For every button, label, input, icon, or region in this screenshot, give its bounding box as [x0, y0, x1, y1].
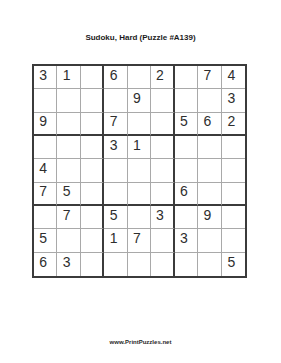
- cell-r4c9: [222, 136, 245, 159]
- cell-r2c7: [175, 89, 198, 112]
- given-digit: 7: [39, 184, 47, 198]
- cell-r4c7: [175, 136, 198, 159]
- given-digit: 7: [63, 208, 71, 222]
- cell-r9c7: [175, 253, 198, 276]
- cell-r8c7: 3: [175, 229, 198, 252]
- cell-r3c3: [81, 113, 104, 136]
- cell-r8c9: [222, 229, 245, 252]
- cell-r3c2: [57, 113, 80, 136]
- cell-r6c5: [128, 183, 151, 206]
- cell-r4c5: 1: [128, 136, 151, 159]
- cell-r9c9: 5: [222, 253, 245, 276]
- cell-r8c3: [81, 229, 104, 252]
- cell-r4c6: [151, 136, 174, 159]
- cell-r3c8: 6: [198, 113, 221, 136]
- cell-r9c1: 6: [34, 253, 57, 276]
- cell-r6c9: [222, 183, 245, 206]
- cell-r8c2: [57, 229, 80, 252]
- given-digit: 5: [63, 184, 71, 198]
- cell-r7c6: 3: [151, 206, 174, 229]
- cell-r2c3: [81, 89, 104, 112]
- given-digit: 7: [110, 114, 118, 128]
- cell-r6c3: [81, 183, 104, 206]
- cell-r2c4: [104, 89, 127, 112]
- cell-r8c6: [151, 229, 174, 252]
- cell-r2c5: 9: [128, 89, 151, 112]
- cell-r7c9: [222, 206, 245, 229]
- given-digit: 6: [39, 255, 47, 269]
- cell-r4c4: 3: [104, 136, 127, 159]
- cell-r3c1: 9: [34, 113, 57, 136]
- cell-r9c4: [104, 253, 127, 276]
- given-digit: 3: [227, 91, 235, 105]
- cell-r3c5: [128, 113, 151, 136]
- cell-r1c7: [175, 66, 198, 89]
- cell-r6c2: 5: [57, 183, 80, 206]
- cell-r6c1: 7: [34, 183, 57, 206]
- cell-r9c6: [151, 253, 174, 276]
- cell-r7c7: [175, 206, 198, 229]
- cell-r7c5: [128, 206, 151, 229]
- given-digit: 6: [110, 68, 118, 82]
- cell-r9c3: [81, 253, 104, 276]
- given-digit: 2: [227, 114, 235, 128]
- given-digit: 9: [203, 208, 211, 222]
- cell-r1c8: 7: [198, 66, 221, 89]
- cell-r9c5: [128, 253, 151, 276]
- cell-r5c1: 4: [34, 159, 57, 182]
- cell-r9c2: 3: [57, 253, 80, 276]
- given-digit: 5: [39, 231, 47, 245]
- given-digit: 3: [39, 68, 47, 82]
- cell-r5c5: [128, 159, 151, 182]
- given-digit: 6: [180, 184, 188, 198]
- cell-r6c6: [151, 183, 174, 206]
- footer-url: www.PrintPuzzles.net: [0, 339, 281, 345]
- cell-r4c2: [57, 136, 80, 159]
- given-digit: 6: [203, 114, 211, 128]
- cell-r8c1: 5: [34, 229, 57, 252]
- given-digit: 7: [133, 231, 141, 245]
- cell-r2c1: [34, 89, 57, 112]
- puzzle-title: Sudoku, Hard (Puzzle #A139): [0, 33, 281, 42]
- cell-r7c3: [81, 206, 104, 229]
- cell-r1c6: 2: [151, 66, 174, 89]
- cell-r1c2: 1: [57, 66, 80, 89]
- cell-r6c7: 6: [175, 183, 198, 206]
- cell-r2c8: [198, 89, 221, 112]
- given-digit: 9: [133, 91, 141, 105]
- cell-r7c2: 7: [57, 206, 80, 229]
- cell-r1c1: 3: [34, 66, 57, 89]
- cell-r7c4: 5: [104, 206, 127, 229]
- cell-r7c8: 9: [198, 206, 221, 229]
- given-digit: 2: [156, 68, 164, 82]
- cell-r4c8: [198, 136, 221, 159]
- cell-r1c3: [81, 66, 104, 89]
- given-digit: 3: [63, 255, 71, 269]
- cell-r5c7: [175, 159, 198, 182]
- cell-r3c9: 2: [222, 113, 245, 136]
- given-digit: 1: [63, 68, 71, 82]
- cell-r1c9: 4: [222, 66, 245, 89]
- cell-r5c2: [57, 159, 80, 182]
- cell-r4c3: [81, 136, 104, 159]
- given-digit: 3: [156, 208, 164, 222]
- cell-r9c8: [198, 253, 221, 276]
- cell-r5c9: [222, 159, 245, 182]
- given-digit: 4: [39, 161, 47, 175]
- cell-r2c9: 3: [222, 89, 245, 112]
- cell-r1c5: [128, 66, 151, 89]
- given-digit: 5: [110, 208, 118, 222]
- given-digit: 7: [203, 68, 211, 82]
- puzzle-page: Sudoku, Hard (Puzzle #A139) 316274939756…: [0, 0, 281, 363]
- cell-r7c1: [34, 206, 57, 229]
- cell-r6c8: [198, 183, 221, 206]
- cell-r3c4: 7: [104, 113, 127, 136]
- given-digit: 3: [110, 138, 118, 152]
- cell-r8c5: 7: [128, 229, 151, 252]
- cell-r3c7: 5: [175, 113, 198, 136]
- given-digit: 3: [180, 231, 188, 245]
- cell-r5c4: [104, 159, 127, 182]
- cell-r5c6: [151, 159, 174, 182]
- cell-r2c6: [151, 89, 174, 112]
- given-digit: 5: [180, 114, 188, 128]
- cell-r5c3: [81, 159, 104, 182]
- cell-r1c4: 6: [104, 66, 127, 89]
- sudoku-grid: 316274939756231475675395173635: [32, 64, 247, 278]
- given-digit: 9: [39, 114, 47, 128]
- given-digit: 1: [110, 231, 118, 245]
- cell-r6c4: [104, 183, 127, 206]
- given-digit: 5: [227, 255, 235, 269]
- cell-r5c8: [198, 159, 221, 182]
- cell-r8c8: [198, 229, 221, 252]
- given-digit: 4: [227, 68, 235, 82]
- cell-r4c1: [34, 136, 57, 159]
- given-digit: 1: [133, 138, 141, 152]
- cell-r8c4: 1: [104, 229, 127, 252]
- cell-r3c6: [151, 113, 174, 136]
- cell-r2c2: [57, 89, 80, 112]
